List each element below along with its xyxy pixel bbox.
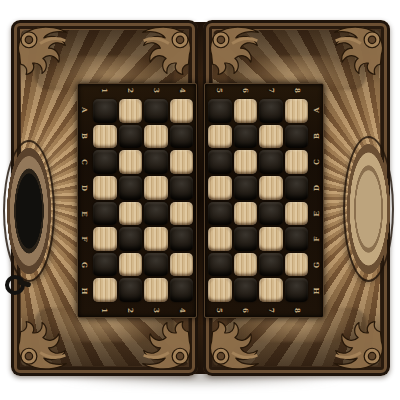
square-D8[interactable] bbox=[285, 176, 309, 200]
right-oval-handle bbox=[345, 138, 392, 280]
square-D5[interactable] bbox=[208, 176, 232, 200]
corner-scroll-ornament-icon bbox=[331, 23, 387, 79]
square-A2[interactable] bbox=[119, 99, 143, 123]
square-F1[interactable] bbox=[93, 227, 117, 251]
square-F4[interactable] bbox=[170, 227, 194, 251]
square-D1[interactable] bbox=[93, 176, 117, 200]
square-G5[interactable] bbox=[208, 253, 232, 277]
corner-scroll-ornament-icon bbox=[206, 23, 262, 79]
file-labels-bottom-left: 1234 bbox=[91, 304, 195, 317]
square-F6[interactable] bbox=[234, 227, 258, 251]
board-right-half bbox=[206, 97, 310, 304]
square-C6[interactable] bbox=[234, 150, 258, 174]
square-A3[interactable] bbox=[144, 99, 168, 123]
square-B4[interactable] bbox=[170, 125, 194, 149]
board-left-half bbox=[91, 97, 195, 304]
square-C8[interactable] bbox=[285, 150, 309, 174]
square-D2[interactable] bbox=[119, 176, 143, 200]
square-F3[interactable] bbox=[144, 227, 168, 251]
square-E2[interactable] bbox=[119, 202, 143, 226]
square-F8[interactable] bbox=[285, 227, 309, 251]
square-A4[interactable] bbox=[170, 99, 194, 123]
square-A1[interactable] bbox=[93, 99, 117, 123]
square-H1[interactable] bbox=[93, 278, 117, 302]
board-frame-right: 5678 5678 ABCDEFGH bbox=[204, 83, 324, 318]
square-H5[interactable] bbox=[208, 278, 232, 302]
square-C7[interactable] bbox=[259, 150, 283, 174]
square-D7[interactable] bbox=[259, 176, 283, 200]
square-H7[interactable] bbox=[259, 278, 283, 302]
photo-stage: 1234 1234 ABCDEFGH 5678 5678 ABCDEFGH bbox=[0, 0, 400, 400]
corner-scroll-ornament-icon bbox=[14, 317, 70, 373]
square-B6[interactable] bbox=[234, 125, 258, 149]
square-D3[interactable] bbox=[144, 176, 168, 200]
rank-labels-right: ABCDEFGH bbox=[310, 97, 323, 304]
square-A8[interactable] bbox=[285, 99, 309, 123]
square-A5[interactable] bbox=[208, 99, 232, 123]
board-frame-left: 1234 1234 ABCDEFGH bbox=[77, 83, 197, 318]
corner-scroll-ornament-icon bbox=[139, 317, 195, 373]
corner-scroll-ornament-icon bbox=[206, 317, 262, 373]
square-H4[interactable] bbox=[170, 278, 194, 302]
corner-scroll-ornament-icon bbox=[139, 23, 195, 79]
square-B1[interactable] bbox=[93, 125, 117, 149]
square-E7[interactable] bbox=[259, 202, 283, 226]
square-E5[interactable] bbox=[208, 202, 232, 226]
square-D4[interactable] bbox=[170, 176, 194, 200]
corner-scroll-ornament-icon bbox=[331, 317, 387, 373]
square-F2[interactable] bbox=[119, 227, 143, 251]
square-G3[interactable] bbox=[144, 253, 168, 277]
square-H2[interactable] bbox=[119, 278, 143, 302]
square-A7[interactable] bbox=[259, 99, 283, 123]
left-oval-handle bbox=[5, 142, 53, 280]
square-G2[interactable] bbox=[119, 253, 143, 277]
square-G1[interactable] bbox=[93, 253, 117, 277]
square-A6[interactable] bbox=[234, 99, 258, 123]
square-C2[interactable] bbox=[119, 150, 143, 174]
file-labels-bottom-right: 5678 bbox=[206, 304, 310, 317]
square-G4[interactable] bbox=[170, 253, 194, 277]
square-B3[interactable] bbox=[144, 125, 168, 149]
square-H3[interactable] bbox=[144, 278, 168, 302]
square-B2[interactable] bbox=[119, 125, 143, 149]
clasp-latch bbox=[5, 271, 35, 297]
square-D6[interactable] bbox=[234, 176, 258, 200]
square-E4[interactable] bbox=[170, 202, 194, 226]
square-G6[interactable] bbox=[234, 253, 258, 277]
square-F5[interactable] bbox=[208, 227, 232, 251]
square-E6[interactable] bbox=[234, 202, 258, 226]
square-B7[interactable] bbox=[259, 125, 283, 149]
square-H6[interactable] bbox=[234, 278, 258, 302]
file-labels-top-left: 1234 bbox=[91, 84, 195, 97]
square-B8[interactable] bbox=[285, 125, 309, 149]
square-C3[interactable] bbox=[144, 150, 168, 174]
square-C5[interactable] bbox=[208, 150, 232, 174]
file-labels-top-right: 5678 bbox=[206, 84, 310, 97]
corner-scroll-ornament-icon bbox=[14, 23, 70, 79]
square-G7[interactable] bbox=[259, 253, 283, 277]
square-E3[interactable] bbox=[144, 202, 168, 226]
rank-labels-left: ABCDEFGH bbox=[78, 97, 91, 304]
square-E1[interactable] bbox=[93, 202, 117, 226]
square-C4[interactable] bbox=[170, 150, 194, 174]
square-F7[interactable] bbox=[259, 227, 283, 251]
square-B5[interactable] bbox=[208, 125, 232, 149]
square-G8[interactable] bbox=[285, 253, 309, 277]
square-E8[interactable] bbox=[285, 202, 309, 226]
square-H8[interactable] bbox=[285, 278, 309, 302]
square-C1[interactable] bbox=[93, 150, 117, 174]
